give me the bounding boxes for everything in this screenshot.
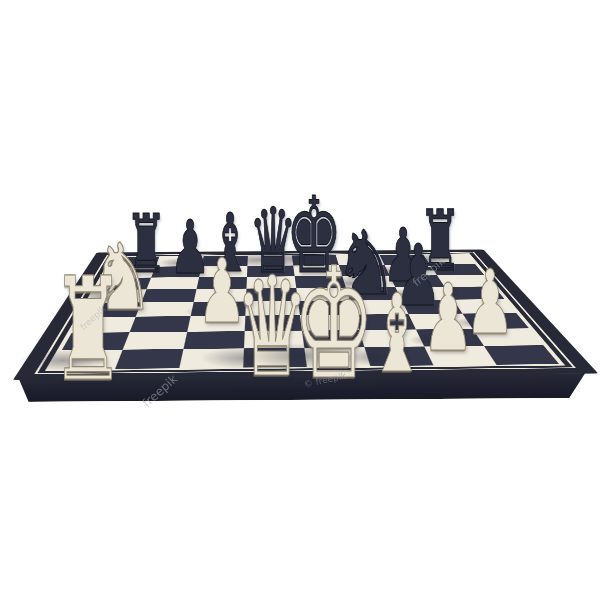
white-king-e1[interactable]: ♚ [293,247,376,401]
white-bishop-f1[interactable]: ♝ [369,280,425,388]
illustration-canvas: ♜♛♚♝♜♟♟♞♟♞♟♟♟♝♛♚♜ freepik© freepikfreepi… [0,0,600,600]
pieces-layer: ♜♛♚♝♜♟♟♞♟♞♟♟♟♝♛♚♜ [0,0,600,600]
white-pawn-g2[interactable]: ♟ [422,272,474,365]
square-b1[interactable] [115,349,183,369]
square-b2[interactable] [123,332,188,350]
white-rook-a1[interactable]: ♜ [51,258,125,401]
